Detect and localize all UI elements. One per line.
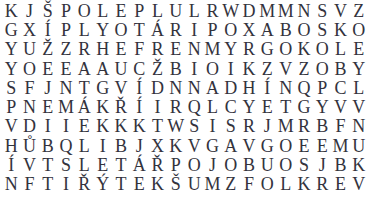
word-search-puzzle: KJŠPOLEPLULRWDMMNSVZGXÍPLYOTÁRIPOXABOSKO… (0, 0, 370, 197)
grid-cell[interactable]: B (240, 155, 258, 174)
grid-cell[interactable]: Q (295, 78, 313, 97)
grid-cell[interactable]: V (20, 155, 38, 174)
grid-cell[interactable]: W (167, 117, 185, 136)
grid-cell[interactable]: A (203, 78, 221, 97)
grid-cell[interactable]: Ř (75, 175, 93, 194)
grid-cell[interactable]: C (130, 59, 148, 78)
grid-cell[interactable]: T (112, 155, 130, 174)
grid-cell[interactable]: Í (2, 155, 20, 174)
grid-cell[interactable]: E (167, 40, 185, 59)
grid-cell[interactable]: U (350, 136, 368, 155)
grid-cell[interactable]: V (2, 117, 20, 136)
grid-cell[interactable]: I (148, 97, 166, 116)
grid-cell[interactable]: B (313, 117, 331, 136)
grid-cell[interactable]: T (148, 117, 166, 136)
grid-cell[interactable]: R (203, 1, 221, 20)
grid-cell[interactable]: R (295, 117, 313, 136)
grid-cell[interactable]: G (258, 40, 276, 59)
grid-cell[interactable]: Í (258, 78, 276, 97)
grid-cell[interactable]: I (222, 59, 240, 78)
grid-cell[interactable]: S (313, 1, 331, 20)
grid-cell[interactable]: N (350, 117, 368, 136)
grid-cell[interactable]: T (130, 20, 148, 39)
grid-cell[interactable]: G (2, 20, 20, 39)
grid-cell[interactable]: U (185, 175, 203, 194)
grid-cell[interactable]: I (185, 20, 203, 39)
grid-cell[interactable]: F (240, 175, 258, 194)
grid-cell[interactable]: L (276, 175, 294, 194)
grid-cell[interactable]: O (20, 59, 38, 78)
grid-cell[interactable]: Y (313, 97, 331, 116)
grid-cell[interactable]: L (75, 155, 93, 174)
grid-cell[interactable]: R (167, 97, 185, 116)
grid-cell[interactable]: E (57, 59, 75, 78)
grid-cell[interactable]: R (240, 117, 258, 136)
grid-cell[interactable]: N (20, 97, 38, 116)
grid-cell[interactable]: M (57, 97, 75, 116)
grid-cell[interactable]: U (20, 40, 38, 59)
grid-cell[interactable]: M (331, 136, 349, 155)
grid-cell[interactable]: R (75, 40, 93, 59)
grid-cell[interactable]: O (276, 40, 294, 59)
grid-cell[interactable]: P (57, 20, 75, 39)
grid-cell[interactable]: J (203, 155, 221, 174)
grid-cell[interactable]: Ý (93, 175, 111, 194)
grid-cell[interactable]: N (295, 1, 313, 20)
grid-cell[interactable]: L (148, 1, 166, 20)
grid-cell[interactable]: T (75, 78, 93, 97)
grid-cell[interactable]: Ů (20, 136, 38, 155)
grid-cell[interactable]: E (313, 136, 331, 155)
grid-cell[interactable]: K (112, 117, 130, 136)
grid-cell[interactable]: X (148, 136, 166, 155)
grid-cell[interactable]: E (130, 175, 148, 194)
grid-cell[interactable]: Z (57, 40, 75, 59)
grid-cell[interactable]: L (75, 20, 93, 39)
grid-cell[interactable]: F (331, 117, 349, 136)
grid-cell[interactable]: J (313, 155, 331, 174)
grid-cell[interactable]: U (167, 1, 185, 20)
grid-cell[interactable]: O (295, 20, 313, 39)
grid-cell[interactable]: O (276, 155, 294, 174)
grid-cell[interactable]: E (295, 136, 313, 155)
grid-cell[interactable]: Y (222, 40, 240, 59)
grid-cell[interactable]: Á (75, 97, 93, 116)
grid-cell[interactable]: E (93, 155, 111, 174)
grid-cell[interactable]: O (112, 20, 130, 39)
grid-cell[interactable]: K (331, 20, 349, 39)
grid-cell[interactable]: G (258, 136, 276, 155)
grid-cell[interactable]: Í (130, 78, 148, 97)
grid-cell[interactable]: T (39, 155, 57, 174)
grid-cell[interactable]: Š (39, 1, 57, 20)
grid-cell[interactable]: F (20, 78, 38, 97)
grid-cell[interactable]: A (258, 20, 276, 39)
grid-cell[interactable]: Z (350, 1, 368, 20)
grid-cell[interactable]: Á (130, 155, 148, 174)
grid-cell[interactable]: D (222, 78, 240, 97)
grid-cell[interactable]: M (258, 1, 276, 20)
grid-cell[interactable]: B (39, 136, 57, 155)
word-search-grid: KJŠPOLEPLULRWDMMNSVZGXÍPLYOTÁRIPOXABOSKO… (0, 0, 370, 197)
grid-cell[interactable]: O (276, 136, 294, 155)
grid-cell[interactable]: I (185, 59, 203, 78)
grid-cell[interactable]: W (222, 1, 240, 20)
grid-cell[interactable]: O (258, 175, 276, 194)
grid-cell[interactable]: N (276, 78, 294, 97)
grid-cell[interactable]: H (240, 78, 258, 97)
grid-cell[interactable]: R (313, 175, 331, 194)
grid-cell[interactable]: J (130, 136, 148, 155)
grid-cell[interactable]: A (93, 59, 111, 78)
grid-cell[interactable]: K (167, 136, 185, 155)
grid-cell[interactable]: G (295, 97, 313, 116)
grid-cell[interactable]: Z (222, 175, 240, 194)
grid-cell[interactable]: E (112, 40, 130, 59)
grid-cell[interactable]: P (130, 1, 148, 20)
grid-cell[interactable]: J (20, 1, 38, 20)
grid-cell[interactable]: O (222, 20, 240, 39)
grid-cell[interactable]: K (295, 40, 313, 59)
grid-cell[interactable]: V (276, 59, 294, 78)
grid-cell[interactable]: E (112, 1, 130, 20)
grid-cell[interactable]: Q (185, 97, 203, 116)
grid-cell[interactable]: L (331, 40, 349, 59)
grid-cell[interactable]: X (20, 20, 38, 39)
grid-cell[interactable]: E (331, 175, 349, 194)
grid-cell[interactable]: O (313, 40, 331, 59)
grid-cell[interactable]: R (167, 20, 185, 39)
grid-cell[interactable]: E (258, 97, 276, 116)
grid-cell[interactable]: I (57, 117, 75, 136)
grid-cell[interactable]: S (222, 117, 240, 136)
grid-cell[interactable]: T (112, 175, 130, 194)
grid-cell[interactable]: N (185, 40, 203, 59)
grid-cell[interactable]: K (350, 155, 368, 174)
grid-cell[interactable]: J (39, 78, 57, 97)
grid-cell[interactable]: M (203, 175, 221, 194)
grid-cell[interactable]: O (222, 155, 240, 174)
grid-cell[interactable]: V (350, 97, 368, 116)
grid-cell[interactable]: V (331, 97, 349, 116)
grid-cell[interactable]: K (2, 1, 20, 20)
grid-cell[interactable]: D (20, 117, 38, 136)
grid-cell[interactable]: I (93, 136, 111, 155)
grid-cell[interactable]: R (148, 40, 166, 59)
grid-cell[interactable]: P (313, 78, 331, 97)
grid-cell[interactable]: T (276, 97, 294, 116)
grid-cell[interactable]: L (93, 1, 111, 20)
grid-cell[interactable]: G (93, 78, 111, 97)
grid-cell[interactable]: Z (295, 59, 313, 78)
grid-cell[interactable]: P (57, 1, 75, 20)
grid-cell[interactable]: N (57, 78, 75, 97)
grid-cell[interactable]: O (313, 59, 331, 78)
grid-cell[interactable]: Y (350, 59, 368, 78)
grid-cell[interactable]: P (203, 20, 221, 39)
grid-cell[interactable]: Ž (148, 59, 166, 78)
grid-cell[interactable]: E (75, 117, 93, 136)
grid-cell[interactable]: Z (258, 59, 276, 78)
grid-cell[interactable]: I (203, 117, 221, 136)
grid-cell[interactable]: B (167, 59, 185, 78)
grid-cell[interactable]: J (258, 117, 276, 136)
grid-cell[interactable]: K (295, 175, 313, 194)
grid-cell[interactable]: K (93, 97, 111, 116)
grid-cell[interactable]: S (57, 155, 75, 174)
grid-cell[interactable]: Q (57, 136, 75, 155)
grid-cell[interactable]: V (185, 136, 203, 155)
grid-cell[interactable]: A (75, 59, 93, 78)
grid-cell[interactable]: K (148, 175, 166, 194)
grid-cell[interactable]: Ř (148, 155, 166, 174)
grid-cell[interactable]: V (350, 175, 368, 194)
grid-cell[interactable]: M (276, 1, 294, 20)
grid-cell[interactable]: F (130, 40, 148, 59)
grid-cell[interactable]: B (112, 136, 130, 155)
grid-cell[interactable]: O (203, 59, 221, 78)
grid-cell[interactable]: Y (93, 20, 111, 39)
grid-cell[interactable]: O (185, 155, 203, 174)
grid-cell[interactable]: P (2, 97, 20, 116)
grid-cell[interactable]: S (313, 20, 331, 39)
grid-cell[interactable]: C (222, 97, 240, 116)
grid-cell[interactable]: O (350, 20, 368, 39)
grid-cell[interactable]: X (240, 20, 258, 39)
grid-cell[interactable]: I (57, 175, 75, 194)
grid-cell[interactable]: E (39, 97, 57, 116)
grid-cell[interactable]: D (148, 78, 166, 97)
grid-cell[interactable]: S (185, 117, 203, 136)
grid-cell[interactable]: Í (130, 97, 148, 116)
grid-cell[interactable]: K (93, 117, 111, 136)
grid-cell[interactable]: F (20, 175, 38, 194)
grid-cell[interactable]: K (240, 59, 258, 78)
grid-cell[interactable]: H (2, 136, 20, 155)
grid-cell[interactable]: Y (2, 59, 20, 78)
grid-cell[interactable]: Ř (112, 97, 130, 116)
grid-cell[interactable]: S (295, 155, 313, 174)
grid-cell[interactable]: L (185, 1, 203, 20)
grid-cell[interactable]: D (240, 1, 258, 20)
grid-cell[interactable]: B (276, 20, 294, 39)
grid-cell[interactable]: U (112, 59, 130, 78)
grid-cell[interactable]: P (167, 155, 185, 174)
grid-cell[interactable]: V (240, 136, 258, 155)
grid-cell[interactable]: Í (39, 20, 57, 39)
grid-cell[interactable]: S (2, 78, 20, 97)
grid-cell[interactable]: T (39, 175, 57, 194)
grid-cell[interactable]: B (331, 155, 349, 174)
grid-cell[interactable]: M (203, 40, 221, 59)
grid-cell[interactable]: L (75, 136, 93, 155)
grid-cell[interactable]: Y (240, 97, 258, 116)
grid-cell[interactable]: N (185, 78, 203, 97)
grid-cell[interactable]: I (39, 117, 57, 136)
grid-cell[interactable]: V (331, 1, 349, 20)
grid-cell[interactable]: K (130, 117, 148, 136)
grid-cell[interactable]: C (331, 78, 349, 97)
grid-cell[interactable]: E (39, 59, 57, 78)
grid-cell[interactable]: G (203, 136, 221, 155)
grid-cell[interactable]: A (222, 136, 240, 155)
grid-cell[interactable]: N (167, 78, 185, 97)
grid-cell[interactable]: Ž (39, 40, 57, 59)
grid-cell[interactable]: N (2, 175, 20, 194)
grid-cell[interactable]: U (258, 155, 276, 174)
grid-cell[interactable]: Y (2, 40, 20, 59)
grid-cell[interactable]: V (112, 78, 130, 97)
grid-cell[interactable]: L (203, 97, 221, 116)
grid-cell[interactable]: Š (167, 175, 185, 194)
grid-cell[interactable]: L (350, 78, 368, 97)
grid-cell[interactable]: H (93, 40, 111, 59)
grid-cell[interactable]: E (350, 40, 368, 59)
grid-cell[interactable]: Á (148, 20, 166, 39)
grid-cell[interactable]: M (276, 117, 294, 136)
grid-cell[interactable]: R (240, 40, 258, 59)
grid-cell[interactable]: O (75, 1, 93, 20)
grid-cell[interactable]: B (331, 59, 349, 78)
